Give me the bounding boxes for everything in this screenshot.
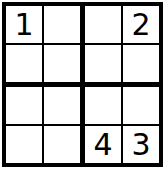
cell-r2c3[interactable] bbox=[85, 45, 121, 82]
cell-r4c3[interactable]: 4 bbox=[85, 126, 121, 163]
sudoku-board: 1 2 4 3 bbox=[2, 2, 163, 167]
cell-r3c1[interactable] bbox=[6, 87, 42, 124]
sudoku-page: 1 2 4 3 bbox=[0, 0, 165, 169]
cell-r2c4[interactable] bbox=[123, 45, 159, 82]
cell-r1c4[interactable]: 2 bbox=[123, 6, 159, 43]
cell-r2c2[interactable] bbox=[44, 45, 80, 82]
cell-r4c4[interactable]: 3 bbox=[123, 126, 159, 163]
cell-r3c4[interactable] bbox=[123, 87, 159, 124]
cell-r4c2[interactable] bbox=[44, 126, 80, 163]
cell-r4c1[interactable] bbox=[6, 126, 42, 163]
cell-r1c3[interactable] bbox=[85, 6, 121, 43]
cell-r1c2[interactable] bbox=[44, 6, 80, 43]
cell-r1c1[interactable]: 1 bbox=[6, 6, 42, 43]
cell-r3c2[interactable] bbox=[44, 87, 80, 124]
cell-r3c3[interactable] bbox=[85, 87, 121, 124]
cell-r2c1[interactable] bbox=[6, 45, 42, 82]
